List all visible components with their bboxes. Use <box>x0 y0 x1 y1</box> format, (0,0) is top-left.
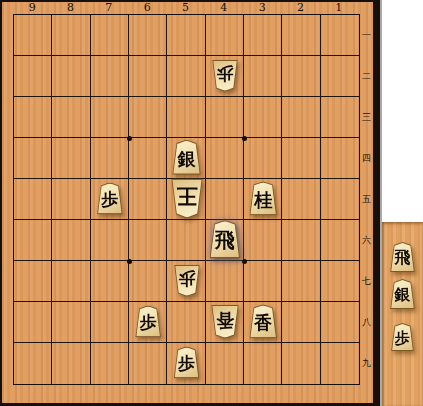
rank-label-2: 二 <box>360 56 373 97</box>
square-8-8[interactable] <box>52 302 90 343</box>
piece-body: 銀 <box>390 279 416 309</box>
piece-kanji: 桂 <box>254 188 272 212</box>
piece-sente-lance[interactable]: 香 <box>249 304 278 338</box>
piece-gote-pawn[interactable]: 歩 <box>211 59 238 91</box>
piece-body: 飛 <box>390 242 416 272</box>
piece-body: 歩 <box>96 182 123 214</box>
square-2-5[interactable] <box>282 179 320 220</box>
piece-sente-knight[interactable]: 桂 <box>249 181 278 215</box>
rank-labels: 一二三四五六七八九 <box>360 15 373 384</box>
shogi-board: 987654321 歩銀歩王桂飛歩歩香香歩 一二三四五六七八九 <box>0 0 380 406</box>
square-8-2[interactable] <box>52 56 90 97</box>
square-9-9[interactable] <box>14 343 52 384</box>
square-7-6[interactable] <box>91 220 129 261</box>
file-label-2: 2 <box>281 2 319 14</box>
star-point <box>242 259 247 264</box>
piece-sente-pawn[interactable]: 歩 <box>135 305 162 337</box>
square-4-5[interactable] <box>206 179 244 220</box>
piece-kanji: 飛 <box>215 227 235 254</box>
square-2-8[interactable] <box>282 302 320 343</box>
square-8-3[interactable] <box>52 97 90 138</box>
star-point <box>127 136 132 141</box>
piece-kanji: 歩 <box>395 329 410 348</box>
piece-sente-silver[interactable]: 銀 <box>172 140 202 175</box>
square-1-8[interactable] <box>321 302 359 343</box>
piece-kanji: 歩 <box>178 352 195 375</box>
square-2-3[interactable] <box>282 97 320 138</box>
piece-body: 歩 <box>135 305 162 337</box>
file-label-9: 9 <box>13 2 51 14</box>
square-7-3[interactable] <box>91 97 129 138</box>
piece-kanji: 銀 <box>395 285 411 306</box>
square-7-9[interactable] <box>91 343 129 384</box>
piece-kanji: 歩 <box>178 267 195 290</box>
file-label-1: 1 <box>320 2 358 14</box>
piece-hand-rook[interactable]: 飛 <box>390 242 416 272</box>
square-6-2[interactable] <box>129 56 167 97</box>
piece-hand-silver[interactable]: 銀 <box>390 279 416 309</box>
square-6-4[interactable] <box>129 138 167 179</box>
piece-kanji: 飛 <box>395 248 411 269</box>
file-label-5: 5 <box>166 2 204 14</box>
square-4-3[interactable] <box>206 97 244 138</box>
rank-label-7: 七 <box>360 261 373 302</box>
square-6-5[interactable] <box>129 179 167 220</box>
square-4-1[interactable] <box>206 15 244 56</box>
shogi-app: 987654321 歩銀歩王桂飛歩歩香香歩 一二三四五六七八九 飛銀歩 <box>0 0 423 406</box>
square-2-9[interactable] <box>282 343 320 384</box>
piece-body: 香 <box>249 304 278 338</box>
square-9-8[interactable] <box>14 302 52 343</box>
piece-body: 香 <box>210 304 239 338</box>
square-5-2[interactable] <box>167 56 205 97</box>
square-6-1[interactable] <box>129 15 167 56</box>
square-2-4[interactable] <box>282 138 320 179</box>
square-8-4[interactable] <box>52 138 90 179</box>
piece-hand-pawn[interactable]: 歩 <box>391 323 415 351</box>
square-8-5[interactable] <box>52 179 90 220</box>
piece-sente-pawn[interactable]: 歩 <box>96 182 123 214</box>
square-7-2[interactable] <box>91 56 129 97</box>
piece-gote-pawn[interactable]: 歩 <box>173 264 200 296</box>
rank-label-1: 一 <box>360 15 373 56</box>
square-1-6[interactable] <box>321 220 359 261</box>
piece-body: 歩 <box>211 59 238 91</box>
file-labels: 987654321 <box>13 2 358 14</box>
square-7-4[interactable] <box>91 138 129 179</box>
square-3-1[interactable] <box>244 15 282 56</box>
star-point <box>127 259 132 264</box>
square-2-7[interactable] <box>282 261 320 302</box>
square-9-4[interactable] <box>14 138 52 179</box>
square-2-1[interactable] <box>282 15 320 56</box>
hand-tray: 飛銀歩 <box>382 222 423 406</box>
square-7-1[interactable] <box>91 15 129 56</box>
square-9-7[interactable] <box>14 261 52 302</box>
square-2-6[interactable] <box>282 220 320 261</box>
square-1-1[interactable] <box>321 15 359 56</box>
square-1-7[interactable] <box>321 261 359 302</box>
piece-kanji: 王 <box>176 182 197 210</box>
square-7-7[interactable] <box>91 261 129 302</box>
square-3-4[interactable] <box>244 138 282 179</box>
piece-body: 飛 <box>209 220 241 258</box>
rank-label-9: 九 <box>360 343 373 384</box>
square-8-6[interactable] <box>52 220 90 261</box>
piece-gote-lance[interactable]: 香 <box>210 304 239 338</box>
piece-body: 歩 <box>391 323 415 351</box>
square-3-9[interactable] <box>244 343 282 384</box>
rank-label-4: 四 <box>360 138 373 179</box>
file-label-3: 3 <box>243 2 281 14</box>
piece-gote-king[interactable]: 王 <box>170 178 203 218</box>
rank-label-5: 五 <box>360 179 373 220</box>
board-grid: 歩銀歩王桂飛歩歩香香歩 <box>13 14 360 385</box>
square-3-7[interactable] <box>244 261 282 302</box>
piece-body: 銀 <box>172 140 202 175</box>
square-3-6[interactable] <box>244 220 282 261</box>
rank-label-8: 八 <box>360 302 373 343</box>
square-8-1[interactable] <box>52 15 90 56</box>
square-2-2[interactable] <box>282 56 320 97</box>
square-1-4[interactable] <box>321 138 359 179</box>
square-7-8[interactable] <box>91 302 129 343</box>
piece-kanji: 香 <box>254 311 272 335</box>
square-3-2[interactable] <box>244 56 282 97</box>
square-1-2[interactable] <box>321 56 359 97</box>
square-3-3[interactable] <box>244 97 282 138</box>
piece-sente-pawn[interactable]: 歩 <box>173 346 200 378</box>
file-label-4: 4 <box>205 2 243 14</box>
square-8-7[interactable] <box>52 261 90 302</box>
piece-kanji: 歩 <box>140 311 157 334</box>
piece-kanji: 歩 <box>101 188 118 211</box>
square-1-9[interactable] <box>321 343 359 384</box>
square-5-1[interactable] <box>167 15 205 56</box>
piece-body: 歩 <box>173 346 200 378</box>
square-4-7[interactable] <box>206 261 244 302</box>
file-label-6: 6 <box>128 2 166 14</box>
square-5-8[interactable] <box>167 302 205 343</box>
rank-label-6: 六 <box>360 220 373 261</box>
square-6-3[interactable] <box>129 97 167 138</box>
square-4-9[interactable] <box>206 343 244 384</box>
piece-kanji: 銀 <box>178 147 196 171</box>
piece-body: 歩 <box>173 264 200 296</box>
piece-sente-rook[interactable]: 飛 <box>209 220 241 258</box>
square-6-7[interactable] <box>129 261 167 302</box>
square-6-6[interactable] <box>129 220 167 261</box>
square-9-5[interactable] <box>14 179 52 220</box>
square-5-6[interactable] <box>167 220 205 261</box>
rank-label-3: 三 <box>360 97 373 138</box>
file-label-8: 8 <box>51 2 89 14</box>
piece-body: 王 <box>170 178 203 218</box>
square-4-4[interactable] <box>206 138 244 179</box>
star-point <box>242 136 247 141</box>
square-9-3[interactable] <box>14 97 52 138</box>
square-9-6[interactable] <box>14 220 52 261</box>
square-5-3[interactable] <box>167 97 205 138</box>
square-1-5[interactable] <box>321 179 359 220</box>
piece-kanji: 歩 <box>216 62 233 85</box>
square-6-9[interactable] <box>129 343 167 384</box>
square-1-3[interactable] <box>321 97 359 138</box>
file-label-7: 7 <box>90 2 128 14</box>
piece-body: 桂 <box>249 181 278 215</box>
square-9-1[interactable] <box>14 15 52 56</box>
piece-kanji: 香 <box>216 307 234 331</box>
square-8-9[interactable] <box>52 343 90 384</box>
square-9-2[interactable] <box>14 56 52 97</box>
